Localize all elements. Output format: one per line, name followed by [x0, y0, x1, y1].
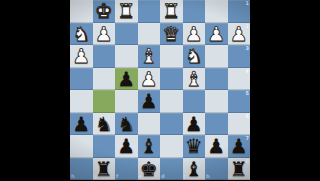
- white-bishop-icon[interactable]: ♝: [185, 68, 203, 90]
- white-bishop-icon[interactable]: ♝: [140, 45, 158, 67]
- white-rook-icon[interactable]: ♜: [162, 0, 180, 22]
- black-pawn-icon[interactable]: ♟: [117, 68, 135, 90]
- square-c6[interactable]: ♟: [183, 113, 206, 136]
- square-e7[interactable]: ♝: [138, 135, 161, 158]
- video-frame: ♚♜♜1♞♟♛♟♟♟2♟♝♞3♟♟♝4♟5♟♞♞♟6♟♝♛♟♟7h♜gf♚ed♝…: [0, 0, 320, 180]
- black-bishop-icon[interactable]: ♝: [185, 158, 203, 180]
- square-g3[interactable]: [93, 45, 116, 68]
- square-f5[interactable]: [115, 90, 138, 113]
- square-d6[interactable]: [160, 113, 183, 136]
- square-h6[interactable]: ♟: [70, 113, 93, 136]
- square-c3[interactable]: ♞: [183, 45, 206, 68]
- white-rook-icon[interactable]: ♜: [117, 0, 135, 22]
- chess-board: ♚♜♜1♞♟♛♟♟♟2♟♝♞3♟♟♝4♟5♟♞♞♟6♟♝♛♟♟7h♜gf♚ed♝…: [70, 0, 250, 180]
- square-e8[interactable]: ♚e: [138, 158, 161, 181]
- rank-label-5: 5: [246, 91, 249, 96]
- black-pawn-icon[interactable]: ♟: [140, 90, 158, 112]
- square-d7[interactable]: [160, 135, 183, 158]
- square-b4[interactable]: [205, 68, 228, 91]
- white-queen-icon[interactable]: ♛: [162, 23, 180, 45]
- square-g1[interactable]: ♚: [93, 0, 116, 23]
- square-e5[interactable]: ♟: [138, 90, 161, 113]
- square-d2[interactable]: ♛: [160, 23, 183, 46]
- square-a8[interactable]: ♜8a: [228, 158, 251, 181]
- white-pawn-icon[interactable]: ♟: [95, 23, 113, 45]
- black-rook-icon[interactable]: ♜: [230, 158, 248, 180]
- file-label-b: b: [206, 174, 210, 179]
- square-b1[interactable]: [205, 0, 228, 23]
- square-e2[interactable]: [138, 23, 161, 46]
- file-label-d: d: [161, 174, 165, 179]
- square-g5[interactable]: [93, 90, 116, 113]
- square-b8[interactable]: b: [205, 158, 228, 181]
- white-knight-icon[interactable]: ♞: [185, 45, 203, 67]
- white-pawn-icon[interactable]: ♟: [185, 23, 203, 45]
- square-f6[interactable]: ♞: [115, 113, 138, 136]
- square-g2[interactable]: ♟: [93, 23, 116, 46]
- square-h3[interactable]: ♟: [70, 45, 93, 68]
- square-a1[interactable]: 1: [228, 0, 251, 23]
- square-c5[interactable]: [183, 90, 206, 113]
- square-a2[interactable]: ♟2: [228, 23, 251, 46]
- square-c2[interactable]: ♟: [183, 23, 206, 46]
- square-h7[interactable]: [70, 135, 93, 158]
- square-b5[interactable]: [205, 90, 228, 113]
- square-e4[interactable]: ♟: [138, 68, 161, 91]
- square-h5[interactable]: [70, 90, 93, 113]
- square-a4[interactable]: 4: [228, 68, 251, 91]
- black-pawn-icon[interactable]: ♟: [117, 135, 135, 157]
- file-label-f: f: [116, 174, 118, 179]
- white-knight-icon[interactable]: ♞: [72, 23, 90, 45]
- square-b7[interactable]: ♟: [205, 135, 228, 158]
- square-h2[interactable]: ♞: [70, 23, 93, 46]
- square-g7[interactable]: [93, 135, 116, 158]
- square-f7[interactable]: ♟: [115, 135, 138, 158]
- square-c7[interactable]: ♛: [183, 135, 206, 158]
- rank-label-4: 4: [246, 69, 249, 74]
- square-h8[interactable]: h: [70, 158, 93, 181]
- rank-label-3: 3: [246, 46, 249, 51]
- black-rook-icon[interactable]: ♜: [95, 158, 113, 180]
- square-d8[interactable]: d: [160, 158, 183, 181]
- white-pawn-icon[interactable]: ♟: [207, 23, 225, 45]
- square-e3[interactable]: ♝: [138, 45, 161, 68]
- square-a7[interactable]: ♟7: [228, 135, 251, 158]
- black-pawn-icon[interactable]: ♟: [185, 113, 203, 135]
- square-d5[interactable]: [160, 90, 183, 113]
- black-knight-icon[interactable]: ♞: [117, 113, 135, 135]
- square-d3[interactable]: [160, 45, 183, 68]
- white-pawn-icon[interactable]: ♟: [230, 23, 248, 45]
- square-g8[interactable]: ♜g: [93, 158, 116, 181]
- square-f3[interactable]: [115, 45, 138, 68]
- square-e1[interactable]: [138, 0, 161, 23]
- white-pawn-icon[interactable]: ♟: [72, 45, 90, 67]
- black-bishop-icon[interactable]: ♝: [140, 135, 158, 157]
- rank-label-1: 1: [246, 1, 249, 6]
- black-pawn-icon[interactable]: ♟: [207, 135, 225, 157]
- white-pawn-icon[interactable]: ♟: [140, 68, 158, 90]
- square-d4[interactable]: [160, 68, 183, 91]
- square-c1[interactable]: [183, 0, 206, 23]
- square-f4[interactable]: ♟: [115, 68, 138, 91]
- square-a6[interactable]: 6: [228, 113, 251, 136]
- square-f1[interactable]: ♜: [115, 0, 138, 23]
- square-b3[interactable]: [205, 45, 228, 68]
- square-h4[interactable]: [70, 68, 93, 91]
- square-c8[interactable]: ♝c: [183, 158, 206, 181]
- square-f8[interactable]: f: [115, 158, 138, 181]
- black-pawn-icon[interactable]: ♟: [230, 135, 248, 157]
- square-e6[interactable]: [138, 113, 161, 136]
- square-b6[interactable]: [205, 113, 228, 136]
- square-f2[interactable]: [115, 23, 138, 46]
- black-king-icon[interactable]: ♚: [140, 158, 158, 180]
- square-h1[interactable]: [70, 0, 93, 23]
- black-queen-icon[interactable]: ♛: [185, 135, 203, 157]
- square-g6[interactable]: ♞: [93, 113, 116, 136]
- square-a3[interactable]: 3: [228, 45, 251, 68]
- square-a5[interactable]: 5: [228, 90, 251, 113]
- white-king-icon[interactable]: ♚: [95, 0, 113, 22]
- square-g4[interactable]: [93, 68, 116, 91]
- square-b2[interactable]: ♟: [205, 23, 228, 46]
- square-c4[interactable]: ♝: [183, 68, 206, 91]
- square-d1[interactable]: ♜: [160, 0, 183, 23]
- black-knight-icon[interactable]: ♞: [95, 113, 113, 135]
- black-pawn-icon[interactable]: ♟: [72, 113, 90, 135]
- file-label-h: h: [71, 174, 75, 179]
- rank-label-6: 6: [246, 114, 249, 119]
